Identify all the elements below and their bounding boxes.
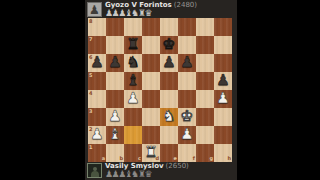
rank-label-3: 3	[89, 109, 92, 114]
rank-label-8: 8	[89, 19, 92, 24]
player-bottom-bar: Vasily Smyslov(2650) ♟♟♟♝♞♜♛	[87, 162, 235, 179]
piece-white-pawn[interactable]: ♟	[124, 90, 142, 108]
square-e1[interactable]: e	[160, 144, 178, 162]
square-b1[interactable]: b	[106, 144, 124, 162]
player-bottom-rating: (2650)	[166, 162, 189, 170]
square-a2[interactable]: ♟2	[88, 126, 106, 144]
square-e4[interactable]	[160, 90, 178, 108]
square-e6[interactable]: ♟	[160, 54, 178, 72]
player-top-rating: (2480)	[174, 1, 197, 9]
piece-black-knight[interactable]: ♞	[124, 54, 142, 72]
captured-black-pawn-icon: ♟	[118, 169, 125, 179]
captured-black-knight-icon: ♞	[131, 169, 138, 179]
square-c7[interactable]: ♜	[124, 36, 142, 54]
square-g8[interactable]	[196, 18, 214, 36]
piece-white-pawn[interactable]: ♟	[178, 126, 196, 144]
piece-white-pawn[interactable]: ♟	[106, 108, 124, 126]
piece-black-bishop[interactable]: ♝	[124, 72, 142, 90]
piece-black-pawn[interactable]: ♟	[106, 54, 124, 72]
square-a6[interactable]: ♟6	[88, 54, 106, 72]
portrait-silhouette-icon	[93, 167, 97, 171]
square-e8[interactable]	[160, 18, 178, 36]
square-h4[interactable]: ♟	[214, 90, 232, 108]
file-label-c: c	[138, 156, 141, 161]
piece-black-pawn[interactable]: ♟	[160, 54, 178, 72]
file-label-b: b	[119, 156, 123, 161]
file-label-f: f	[193, 156, 195, 161]
square-f7[interactable]	[178, 36, 196, 54]
captured-white-queen-icon: ♛	[144, 8, 151, 18]
piece-black-king[interactable]: ♚	[160, 36, 178, 54]
chess-board: 87♜♚♟6♟♞♟♟5♝♟4♟♟3♟♞♚♟2♝♟1abc♜defgh	[88, 18, 232, 162]
square-d8[interactable]	[142, 18, 160, 36]
captured-white-knight-icon: ♞	[131, 8, 138, 18]
captured-black-queen-icon: ♛	[144, 169, 151, 179]
file-label-e: e	[174, 156, 177, 161]
square-a4[interactable]: 4	[88, 90, 106, 108]
square-d3[interactable]	[142, 108, 160, 126]
player-top-bar: ♟ Gyozo V Forintos(2480) ♟♟♟♝♞♜♛	[87, 1, 235, 18]
square-h6[interactable]	[214, 54, 232, 72]
square-h8[interactable]	[214, 18, 232, 36]
file-label-h: h	[227, 156, 231, 161]
square-g2[interactable]	[196, 126, 214, 144]
square-b8[interactable]	[106, 18, 124, 36]
square-d4[interactable]	[142, 90, 160, 108]
square-c5[interactable]: ♝	[124, 72, 142, 90]
player-top-avatar[interactable]: ♟	[87, 2, 102, 17]
square-g7[interactable]	[196, 36, 214, 54]
square-f4[interactable]	[178, 90, 196, 108]
piece-black-pawn[interactable]: ♟	[178, 54, 196, 72]
square-c6[interactable]: ♞	[124, 54, 142, 72]
piece-white-pawn[interactable]: ♟	[214, 90, 232, 108]
square-d1[interactable]: ♜d	[142, 144, 160, 162]
captured-white-pawn-icon: ♟	[105, 8, 112, 18]
square-f6[interactable]: ♟	[178, 54, 196, 72]
piece-white-bishop[interactable]: ♝	[106, 126, 124, 144]
square-b4[interactable]	[106, 90, 124, 108]
square-h1[interactable]: h	[214, 144, 232, 162]
file-label-g: g	[209, 156, 213, 161]
rank-label-2: 2	[89, 127, 92, 132]
square-e2[interactable]	[160, 126, 178, 144]
square-c1[interactable]: c	[124, 144, 142, 162]
player-top-captured-pieces: ♟♟♟♝♞♜♛	[105, 9, 197, 18]
file-label-d: d	[155, 156, 159, 161]
square-f5[interactable]	[178, 72, 196, 90]
piece-black-rook[interactable]: ♜	[124, 36, 142, 54]
square-e7[interactable]: ♚	[160, 36, 178, 54]
square-a5[interactable]: 5	[88, 72, 106, 90]
square-f2[interactable]: ♟	[178, 126, 196, 144]
square-c3[interactable]	[124, 108, 142, 126]
rank-label-1: 1	[89, 145, 92, 150]
square-c2[interactable]	[124, 126, 142, 144]
game-panel: ♟ Gyozo V Forintos(2480) ♟♟♟♝♞♜♛ 87♜♚♟6♟…	[85, 0, 237, 180]
square-a8[interactable]: 8	[88, 18, 106, 36]
square-g1[interactable]: g	[196, 144, 214, 162]
player-bottom-avatar[interactable]	[87, 163, 102, 178]
square-b6[interactable]: ♟	[106, 54, 124, 72]
square-a1[interactable]: 1a	[88, 144, 106, 162]
video-frame: ♟ Gyozo V Forintos(2480) ♟♟♟♝♞♜♛ 87♜♚♟6♟…	[0, 0, 320, 180]
square-f3[interactable]: ♚	[178, 108, 196, 126]
square-h7[interactable]	[214, 36, 232, 54]
square-f1[interactable]: f	[178, 144, 196, 162]
square-e5[interactable]	[160, 72, 178, 90]
pawn-icon: ♟	[89, 4, 100, 16]
piece-white-knight[interactable]: ♞	[160, 108, 178, 126]
square-c8[interactable]	[124, 18, 142, 36]
square-g3[interactable]	[196, 108, 214, 126]
square-b2[interactable]: ♝	[106, 126, 124, 144]
square-g5[interactable]	[196, 72, 214, 90]
square-d6[interactable]	[142, 54, 160, 72]
square-g6[interactable]	[196, 54, 214, 72]
square-f8[interactable]	[178, 18, 196, 36]
rank-label-4: 4	[89, 91, 92, 96]
player-bottom-captured-pieces: ♟♟♟♝♞♜♛	[105, 170, 189, 179]
square-d2[interactable]	[142, 126, 160, 144]
file-label-a: a	[102, 156, 105, 161]
player-top-info: Gyozo V Forintos(2480) ♟♟♟♝♞♜♛	[105, 1, 197, 18]
square-b3[interactable]: ♟	[106, 108, 124, 126]
square-h2[interactable]	[214, 126, 232, 144]
rank-label-6: 6	[89, 55, 92, 60]
piece-white-king[interactable]: ♚	[178, 108, 196, 126]
square-a3[interactable]: 3	[88, 108, 106, 126]
rank-label-7: 7	[89, 37, 92, 42]
square-a7[interactable]: 7	[88, 36, 106, 54]
player-bottom-info: Vasily Smyslov(2650) ♟♟♟♝♞♜♛	[105, 162, 189, 179]
square-e3[interactable]: ♞	[160, 108, 178, 126]
square-h5[interactable]: ♟	[214, 72, 232, 90]
square-d5[interactable]	[142, 72, 160, 90]
square-h3[interactable]	[214, 108, 232, 126]
square-c4[interactable]: ♟	[124, 90, 142, 108]
rank-label-5: 5	[89, 73, 92, 78]
captured-black-pawn-icon: ♟	[105, 169, 112, 179]
square-b7[interactable]	[106, 36, 124, 54]
piece-black-pawn[interactable]: ♟	[214, 72, 232, 90]
square-b5[interactable]	[106, 72, 124, 90]
square-g4[interactable]	[196, 90, 214, 108]
captured-white-pawn-icon: ♟	[118, 8, 125, 18]
square-d7[interactable]	[142, 36, 160, 54]
